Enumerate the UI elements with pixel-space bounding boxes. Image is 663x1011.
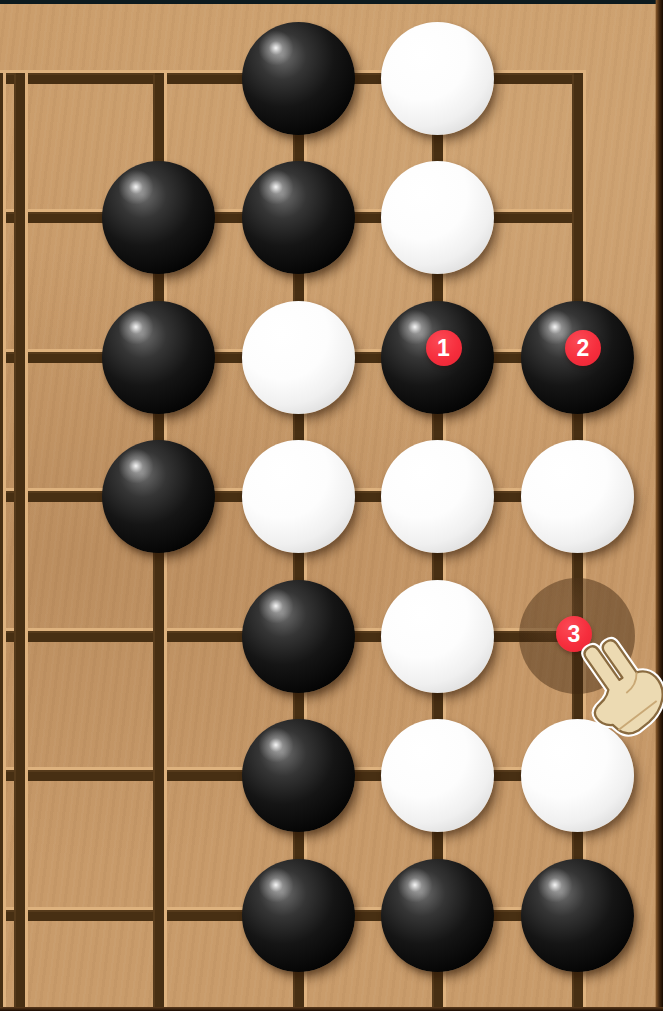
black-stone (102, 440, 215, 553)
white-stone (242, 440, 355, 553)
board-bottom-edge (0, 1007, 663, 1011)
black-stone (242, 719, 355, 832)
black-stone (242, 161, 355, 274)
black-stone (242, 22, 355, 135)
white-stone (381, 580, 494, 693)
go-board[interactable]: 123 (0, 0, 663, 1011)
black-stone (242, 859, 355, 972)
move-number-badge: 2 (565, 330, 601, 366)
black-stone (102, 301, 215, 414)
grid-vline (14, 73, 28, 1011)
white-stone (381, 719, 494, 832)
white-stone (521, 440, 634, 553)
black-stone (102, 161, 215, 274)
black-stone (521, 859, 634, 972)
white-stone (381, 22, 494, 135)
top-bar (0, 0, 663, 4)
white-stone (381, 161, 494, 274)
move-number-badge: 1 (426, 330, 462, 366)
grid-vline (0, 73, 6, 1011)
board-right-edge (655, 0, 663, 1011)
black-stone (242, 580, 355, 693)
white-stone (381, 440, 494, 553)
black-stone (381, 859, 494, 972)
tap-hand-icon (545, 615, 663, 745)
white-stone (242, 301, 355, 414)
